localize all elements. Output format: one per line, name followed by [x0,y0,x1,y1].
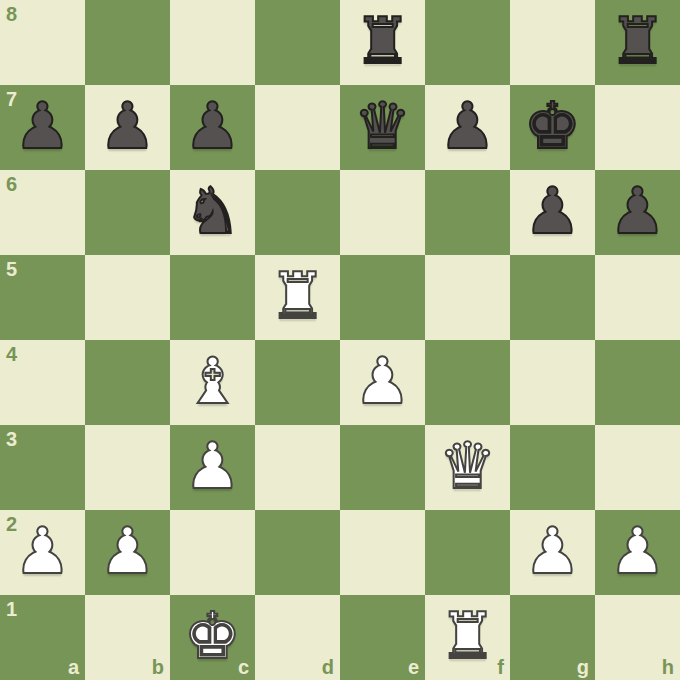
square-h5[interactable] [595,255,680,340]
white-king-piece[interactable]: ♚ [184,604,241,668]
rank-label-1: 1 [6,599,17,619]
square-d3[interactable] [255,425,340,510]
white-rook-piece[interactable]: ♜ [269,264,326,328]
square-b8[interactable] [85,0,170,85]
black-pawn-piece[interactable]: ♟ [184,94,241,158]
white-pawn-piece[interactable]: ♟ [14,519,71,583]
black-pawn-piece[interactable]: ♟ [439,94,496,158]
white-pawn-piece[interactable]: ♟ [609,519,666,583]
black-pawn-piece[interactable]: ♟ [524,179,581,243]
square-b1[interactable]: b [85,595,170,680]
square-a6[interactable]: 6 [0,170,85,255]
white-pawn-piece[interactable]: ♟ [524,519,581,583]
square-f3[interactable]: ♛ [425,425,510,510]
square-f7[interactable]: ♟ [425,85,510,170]
rank-label-4: 4 [6,344,17,364]
square-e8[interactable]: ♜ [340,0,425,85]
black-pawn-piece[interactable]: ♟ [99,94,156,158]
square-d4[interactable] [255,340,340,425]
square-g3[interactable] [510,425,595,510]
square-d7[interactable] [255,85,340,170]
square-g8[interactable] [510,0,595,85]
file-label-f: f [497,657,504,677]
rank-label-5: 5 [6,259,17,279]
square-e2[interactable] [340,510,425,595]
square-h6[interactable]: ♟ [595,170,680,255]
square-b5[interactable] [85,255,170,340]
rank-label-6: 6 [6,174,17,194]
square-h4[interactable] [595,340,680,425]
square-h3[interactable] [595,425,680,510]
white-queen-piece[interactable]: ♛ [439,434,496,498]
square-d5[interactable]: ♜ [255,255,340,340]
white-pawn-piece[interactable]: ♟ [354,349,411,413]
black-pawn-piece[interactable]: ♟ [14,94,71,158]
square-b4[interactable] [85,340,170,425]
black-rook-piece[interactable]: ♜ [354,9,411,73]
black-knight-piece[interactable]: ♞ [184,179,241,243]
square-a5[interactable]: 5 [0,255,85,340]
square-d2[interactable] [255,510,340,595]
square-g6[interactable]: ♟ [510,170,595,255]
square-b2[interactable]: ♟ [85,510,170,595]
square-c3[interactable]: ♟ [170,425,255,510]
white-rook-piece[interactable]: ♜ [439,604,496,668]
square-a3[interactable]: 3 [0,425,85,510]
square-e7[interactable]: ♛ [340,85,425,170]
square-a4[interactable]: 4 [0,340,85,425]
square-g4[interactable] [510,340,595,425]
square-h7[interactable] [595,85,680,170]
file-label-a: a [68,657,79,677]
rank-label-8: 8 [6,4,17,24]
file-label-g: g [577,657,589,677]
square-c6[interactable]: ♞ [170,170,255,255]
square-e1[interactable]: e [340,595,425,680]
square-f6[interactable] [425,170,510,255]
file-label-h: h [662,657,674,677]
square-e3[interactable] [340,425,425,510]
square-b6[interactable] [85,170,170,255]
square-e6[interactable] [340,170,425,255]
file-label-b: b [152,657,164,677]
square-h1[interactable]: h [595,595,680,680]
white-pawn-piece[interactable]: ♟ [184,434,241,498]
square-b3[interactable] [85,425,170,510]
square-c7[interactable]: ♟ [170,85,255,170]
chess-board: 8♜♜7♟♟♟♛♟♚6♞♟♟5♜4♝♟3♟♛2♟♟♟♟1abc♚def♜gh [0,0,680,680]
black-queen-piece[interactable]: ♛ [354,94,411,158]
square-f1[interactable]: f♜ [425,595,510,680]
square-c8[interactable] [170,0,255,85]
square-f8[interactable] [425,0,510,85]
square-g2[interactable]: ♟ [510,510,595,595]
square-f4[interactable] [425,340,510,425]
square-a7[interactable]: 7♟ [0,85,85,170]
black-rook-piece[interactable]: ♜ [609,9,666,73]
square-b7[interactable]: ♟ [85,85,170,170]
square-g5[interactable] [510,255,595,340]
square-d1[interactable]: d [255,595,340,680]
square-h8[interactable]: ♜ [595,0,680,85]
rank-label-3: 3 [6,429,17,449]
white-bishop-piece[interactable]: ♝ [184,349,241,413]
black-pawn-piece[interactable]: ♟ [609,179,666,243]
square-f2[interactable] [425,510,510,595]
square-a1[interactable]: 1a [0,595,85,680]
square-c4[interactable]: ♝ [170,340,255,425]
square-c1[interactable]: c♚ [170,595,255,680]
square-a2[interactable]: 2♟ [0,510,85,595]
square-d8[interactable] [255,0,340,85]
square-e4[interactable]: ♟ [340,340,425,425]
file-label-e: e [408,657,419,677]
square-g1[interactable]: g [510,595,595,680]
square-f5[interactable] [425,255,510,340]
square-h2[interactable]: ♟ [595,510,680,595]
square-g7[interactable]: ♚ [510,85,595,170]
square-e5[interactable] [340,255,425,340]
black-king-piece[interactable]: ♚ [524,94,581,158]
square-a8[interactable]: 8 [0,0,85,85]
white-pawn-piece[interactable]: ♟ [99,519,156,583]
square-c5[interactable] [170,255,255,340]
square-c2[interactable] [170,510,255,595]
file-label-d: d [322,657,334,677]
square-d6[interactable] [255,170,340,255]
